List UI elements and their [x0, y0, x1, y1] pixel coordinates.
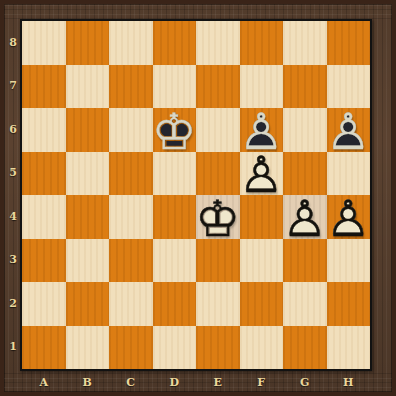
white-king-glyph-outline: ♔ [196, 197, 240, 241]
square-d6[interactable]: ♚♔ [153, 108, 197, 152]
square-c8[interactable] [109, 21, 153, 65]
square-c4[interactable] [109, 195, 153, 239]
square-f4[interactable] [240, 195, 284, 239]
square-e6[interactable] [196, 108, 240, 152]
piece-black-pawn-f6[interactable]: ♟♙ [240, 108, 284, 152]
piece-black-pawn-h6[interactable]: ♟♙ [327, 108, 371, 152]
square-g3[interactable] [283, 239, 327, 283]
square-f7[interactable] [240, 65, 284, 109]
rank-label-3: 3 [4, 253, 22, 267]
white-pawn-glyph-outline: ♙ [327, 197, 371, 241]
square-f8[interactable] [240, 21, 284, 65]
square-f2[interactable] [240, 282, 284, 326]
piece-white-pawn-f5[interactable]: ♟♙ [240, 152, 284, 196]
piece-black-king-d6[interactable]: ♚♔ [153, 108, 197, 152]
file-label-b: B [66, 376, 110, 390]
square-b7[interactable] [66, 65, 110, 109]
square-c6[interactable] [109, 108, 153, 152]
square-a4[interactable] [22, 195, 66, 239]
board-frame: ♚♔♟♙♟♙♟♙♚♔♟♙♟♙ 87654321ABCDEFGH [0, 0, 396, 396]
square-a1[interactable] [22, 326, 66, 370]
file-label-c: C [109, 376, 153, 390]
file-label-h: H [327, 376, 371, 390]
square-f6[interactable]: ♟♙ [240, 108, 284, 152]
square-d7[interactable] [153, 65, 197, 109]
square-b1[interactable] [66, 326, 110, 370]
square-a5[interactable] [22, 152, 66, 196]
white-pawn-glyph-outline: ♙ [283, 197, 327, 241]
square-b5[interactable] [66, 152, 110, 196]
piece-white-king-e4[interactable]: ♚♔ [196, 195, 240, 239]
square-b8[interactable] [66, 21, 110, 65]
square-h3[interactable] [327, 239, 371, 283]
square-e3[interactable] [196, 239, 240, 283]
square-g2[interactable] [283, 282, 327, 326]
rank-label-1: 1 [4, 340, 22, 354]
square-a7[interactable] [22, 65, 66, 109]
square-h4[interactable]: ♟♙ [327, 195, 371, 239]
square-e1[interactable] [196, 326, 240, 370]
rank-label-6: 6 [4, 123, 22, 137]
square-g1[interactable] [283, 326, 327, 370]
square-h8[interactable] [327, 21, 371, 65]
square-h7[interactable] [327, 65, 371, 109]
square-c2[interactable] [109, 282, 153, 326]
square-f1[interactable] [240, 326, 284, 370]
square-g8[interactable] [283, 21, 327, 65]
file-label-e: E [196, 376, 240, 390]
square-e4[interactable]: ♚♔ [196, 195, 240, 239]
frame-wood-grain-top [4, 4, 392, 19]
square-d4[interactable] [153, 195, 197, 239]
square-c3[interactable] [109, 239, 153, 283]
chess-board-border: ♚♔♟♙♟♙♟♙♚♔♟♙♟♙ [20, 19, 372, 371]
square-e7[interactable] [196, 65, 240, 109]
square-f3[interactable] [240, 239, 284, 283]
square-b3[interactable] [66, 239, 110, 283]
square-c5[interactable] [109, 152, 153, 196]
rank-label-5: 5 [4, 166, 22, 180]
square-h2[interactable] [327, 282, 371, 326]
piece-white-pawn-h4[interactable]: ♟♙ [327, 195, 371, 239]
white-pawn-glyph-outline: ♙ [240, 154, 284, 198]
file-label-a: A [22, 376, 66, 390]
square-d5[interactable] [153, 152, 197, 196]
rank-label-8: 8 [4, 36, 22, 50]
square-g6[interactable] [283, 108, 327, 152]
square-h1[interactable] [327, 326, 371, 370]
square-c1[interactable] [109, 326, 153, 370]
square-g4[interactable]: ♟♙ [283, 195, 327, 239]
square-a3[interactable] [22, 239, 66, 283]
square-g5[interactable] [283, 152, 327, 196]
square-e8[interactable] [196, 21, 240, 65]
square-d3[interactable] [153, 239, 197, 283]
square-e5[interactable] [196, 152, 240, 196]
square-c7[interactable] [109, 65, 153, 109]
chess-app: ♚♔♟♙♟♙♟♙♚♔♟♙♟♙ 87654321ABCDEFGH [0, 0, 396, 396]
file-label-f: F [240, 376, 284, 390]
file-label-d: D [153, 376, 197, 390]
square-a8[interactable] [22, 21, 66, 65]
square-d1[interactable] [153, 326, 197, 370]
square-a6[interactable] [22, 108, 66, 152]
square-a2[interactable] [22, 282, 66, 326]
piece-white-pawn-g4[interactable]: ♟♙ [283, 195, 327, 239]
square-b6[interactable] [66, 108, 110, 152]
file-label-g: G [283, 376, 327, 390]
square-e2[interactable] [196, 282, 240, 326]
rank-label-2: 2 [4, 297, 22, 311]
square-f5[interactable]: ♟♙ [240, 152, 284, 196]
square-d2[interactable] [153, 282, 197, 326]
black-king-glyph-outline: ♔ [153, 110, 197, 154]
square-b4[interactable] [66, 195, 110, 239]
square-g7[interactable] [283, 65, 327, 109]
square-d8[interactable] [153, 21, 197, 65]
black-pawn-glyph-outline: ♙ [327, 110, 371, 154]
chess-board: ♚♔♟♙♟♙♟♙♚♔♟♙♟♙ [22, 21, 370, 369]
square-h6[interactable]: ♟♙ [327, 108, 371, 152]
square-b2[interactable] [66, 282, 110, 326]
rank-label-7: 7 [4, 79, 22, 93]
rank-label-4: 4 [4, 210, 22, 224]
square-h5[interactable] [327, 152, 371, 196]
